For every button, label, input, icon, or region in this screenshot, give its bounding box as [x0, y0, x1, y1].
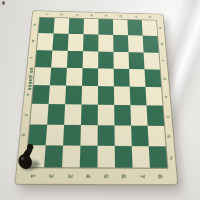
- square: [98, 125, 115, 146]
- coordinate-label: f: [16, 110, 37, 118]
- square: [47, 104, 65, 124]
- square: [114, 86, 130, 105]
- square: [97, 146, 115, 168]
- coordinate-label: a: [26, 21, 45, 27]
- square: [98, 105, 115, 125]
- square: [62, 145, 80, 167]
- square: [63, 124, 81, 145]
- square: [83, 34, 98, 51]
- square: [132, 146, 150, 168]
- square: [46, 124, 64, 145]
- square: [80, 145, 98, 167]
- square: [129, 52, 145, 69]
- square: [113, 51, 129, 68]
- square: [114, 125, 131, 146]
- square: [114, 105, 131, 125]
- square: [98, 51, 114, 68]
- square: [83, 51, 99, 68]
- square: [98, 68, 114, 86]
- photo-scene: 12345678 12345678 abcdefgh abcdefgh US C…: [0, 0, 200, 200]
- coordinate-label: 7: [132, 10, 139, 23]
- coordinate-label: h: [161, 154, 182, 162]
- square: [129, 69, 145, 87]
- coordinate-label: 3: [73, 9, 80, 22]
- coordinate-label: c: [154, 57, 173, 64]
- square: [67, 50, 83, 67]
- coordinate-label: 1: [43, 8, 50, 21]
- square: [64, 104, 81, 124]
- coordinate-label: 5: [100, 167, 112, 186]
- coordinate-label: 6: [118, 167, 131, 186]
- square: [50, 67, 67, 85]
- fallen-black-pawn: [15, 139, 41, 175]
- coordinate-label: 8: [146, 11, 153, 24]
- square: [68, 34, 84, 51]
- square: [128, 35, 144, 52]
- coordinate-label: b: [24, 38, 43, 44]
- square: [51, 50, 68, 68]
- coordinate-label: 2: [45, 166, 59, 186]
- coordinate-label: 8: [154, 167, 167, 186]
- square: [113, 35, 128, 52]
- coordinate-label: 5: [103, 9, 109, 22]
- square: [66, 68, 83, 86]
- square: [82, 68, 98, 86]
- coordinate-label: 4: [82, 167, 95, 186]
- square: [130, 105, 147, 125]
- square: [80, 125, 97, 146]
- coordinate-label: e: [156, 93, 176, 100]
- coordinate-label: b: [153, 41, 171, 47]
- coordinate-label: 2: [58, 8, 65, 21]
- coordinate-label: 6: [117, 10, 124, 23]
- square: [130, 87, 147, 106]
- square: [49, 85, 66, 104]
- square: [131, 125, 149, 146]
- coordinate-label: a: [152, 25, 170, 31]
- square: [82, 86, 98, 105]
- square: [81, 105, 98, 125]
- coordinate-label: d: [155, 75, 174, 82]
- coordinate-label: 4: [88, 9, 95, 22]
- square: [114, 68, 130, 86]
- square: [98, 86, 114, 105]
- fabric-speck: [2, 1, 5, 5]
- pawn-head: [27, 144, 33, 150]
- square: [98, 35, 113, 52]
- coordinate-label: g: [13, 131, 35, 139]
- coordinate-label: f: [158, 112, 178, 119]
- coordinates-bottom: 12345678: [24, 169, 170, 183]
- coordinate-label: 3: [63, 167, 76, 186]
- square: [52, 34, 68, 51]
- coordinate-label: 7: [136, 167, 149, 186]
- coordinate-label: g: [159, 133, 180, 141]
- square: [44, 145, 63, 167]
- square: [115, 146, 133, 168]
- square: [65, 86, 82, 105]
- board-grid: [25, 17, 168, 169]
